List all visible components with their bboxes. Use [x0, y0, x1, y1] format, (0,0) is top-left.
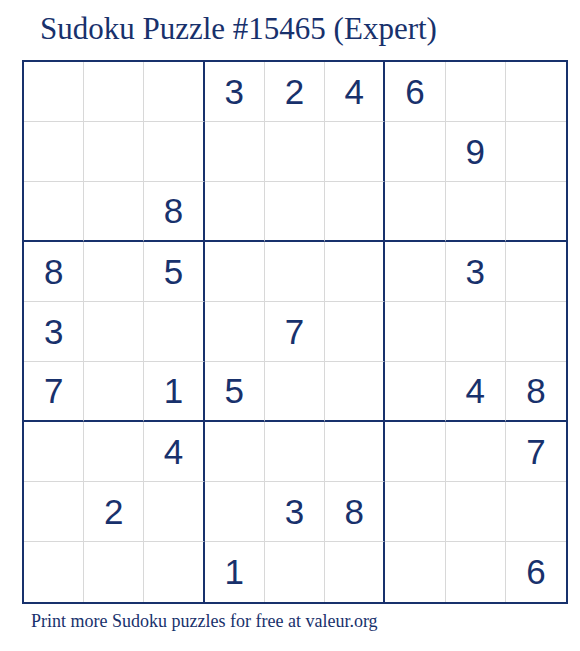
- cell-r9c6: [325, 542, 385, 602]
- cell-r6c3: 1: [144, 362, 204, 422]
- given-digit: 4: [344, 72, 363, 112]
- cell-r6c1: 7: [24, 362, 84, 422]
- cell-r8c8: [446, 482, 506, 542]
- cell-r6c5: [265, 362, 325, 422]
- cell-r2c8: 9: [446, 122, 506, 182]
- cell-r7c9: 7: [506, 422, 566, 482]
- cell-r9c7: [385, 542, 445, 602]
- cell-r6c7: [385, 362, 445, 422]
- given-digit: 3: [465, 252, 484, 292]
- cell-r4c9: [506, 242, 566, 302]
- cell-r3c2: [84, 182, 144, 242]
- cell-r1c4: 3: [205, 62, 265, 122]
- given-digit: 2: [285, 72, 304, 112]
- cell-r2c2: [84, 122, 144, 182]
- given-digit: 8: [44, 252, 63, 292]
- cell-r6c2: [84, 362, 144, 422]
- cell-r2c6: [325, 122, 385, 182]
- given-digit: 8: [526, 371, 545, 411]
- cell-r1c1: [24, 62, 84, 122]
- cell-r5c9: [506, 302, 566, 362]
- cell-r2c9: [506, 122, 566, 182]
- cell-r2c5: [265, 122, 325, 182]
- given-digit: 3: [285, 492, 304, 532]
- cell-r8c6: 8: [325, 482, 385, 542]
- cell-r5c8: [446, 302, 506, 362]
- cell-r3c9: [506, 182, 566, 242]
- given-digit: 7: [285, 312, 304, 352]
- given-digit: 6: [526, 552, 545, 592]
- cell-r4c3: 5: [144, 242, 204, 302]
- cell-r9c4: 1: [205, 542, 265, 602]
- cell-r4c8: 3: [446, 242, 506, 302]
- cell-r6c9: 8: [506, 362, 566, 422]
- page-title: Sudoku Puzzle #15465 (Expert): [40, 11, 437, 47]
- cell-r3c8: [446, 182, 506, 242]
- cell-r2c7: [385, 122, 445, 182]
- cell-r9c1: [24, 542, 84, 602]
- cell-r9c8: [446, 542, 506, 602]
- cell-r9c5: [265, 542, 325, 602]
- cell-r8c5: 3: [265, 482, 325, 542]
- cell-r2c4: [205, 122, 265, 182]
- sudoku-grid: 32469885337715484723816: [22, 60, 568, 604]
- cell-r5c4: [205, 302, 265, 362]
- given-digit: 2: [104, 492, 123, 532]
- given-digit: 3: [225, 72, 244, 112]
- cell-r4c5: [265, 242, 325, 302]
- cell-r7c6: [325, 422, 385, 482]
- footer-text: Print more Sudoku puzzles for free at va…: [31, 611, 378, 632]
- given-digit: 4: [465, 371, 484, 411]
- cell-r7c2: [84, 422, 144, 482]
- cell-r5c6: [325, 302, 385, 362]
- cell-r5c2: [84, 302, 144, 362]
- cell-r9c3: [144, 542, 204, 602]
- cell-r4c6: [325, 242, 385, 302]
- cell-r4c7: [385, 242, 445, 302]
- given-digit: 3: [44, 312, 63, 352]
- cell-r5c7: [385, 302, 445, 362]
- cell-r1c7: 6: [385, 62, 445, 122]
- cell-r6c4: 5: [205, 362, 265, 422]
- given-digit: 1: [225, 552, 244, 592]
- cell-r6c6: [325, 362, 385, 422]
- cell-r5c1: 3: [24, 302, 84, 362]
- cell-r2c1: [24, 122, 84, 182]
- given-digit: 4: [164, 432, 183, 472]
- cell-r4c4: [205, 242, 265, 302]
- cell-r3c4: [205, 182, 265, 242]
- cell-r3c7: [385, 182, 445, 242]
- cell-r1c6: 4: [325, 62, 385, 122]
- cell-r7c3: 4: [144, 422, 204, 482]
- given-digit: 9: [465, 132, 484, 172]
- cell-r3c6: [325, 182, 385, 242]
- cell-r4c2: [84, 242, 144, 302]
- cell-r7c4: [205, 422, 265, 482]
- cell-r3c1: [24, 182, 84, 242]
- cell-r7c8: [446, 422, 506, 482]
- cell-r5c5: 7: [265, 302, 325, 362]
- cell-r7c5: [265, 422, 325, 482]
- cell-r1c2: [84, 62, 144, 122]
- cell-r7c1: [24, 422, 84, 482]
- cell-r3c5: [265, 182, 325, 242]
- cell-r1c3: [144, 62, 204, 122]
- given-digit: 7: [526, 432, 545, 472]
- cell-r6c8: 4: [446, 362, 506, 422]
- cell-r8c9: [506, 482, 566, 542]
- cell-r9c9: 6: [506, 542, 566, 602]
- cell-r8c4: [205, 482, 265, 542]
- given-digit: 5: [164, 252, 183, 292]
- given-digit: 7: [44, 371, 63, 411]
- cell-r1c9: [506, 62, 566, 122]
- given-digit: 8: [164, 191, 183, 231]
- given-digit: 8: [344, 492, 363, 532]
- cell-r1c8: [446, 62, 506, 122]
- cell-r8c7: [385, 482, 445, 542]
- cell-r8c2: 2: [84, 482, 144, 542]
- cell-r8c1: [24, 482, 84, 542]
- cell-r4c1: 8: [24, 242, 84, 302]
- given-digit: 5: [225, 371, 244, 411]
- cell-r9c2: [84, 542, 144, 602]
- cell-r5c3: [144, 302, 204, 362]
- cell-r8c3: [144, 482, 204, 542]
- cell-r7c7: [385, 422, 445, 482]
- cell-r3c3: 8: [144, 182, 204, 242]
- cell-r2c3: [144, 122, 204, 182]
- page: Sudoku Puzzle #15465 (Expert) 3246988533…: [0, 0, 580, 651]
- cell-r1c5: 2: [265, 62, 325, 122]
- given-digit: 1: [164, 371, 183, 411]
- given-digit: 6: [405, 72, 424, 112]
